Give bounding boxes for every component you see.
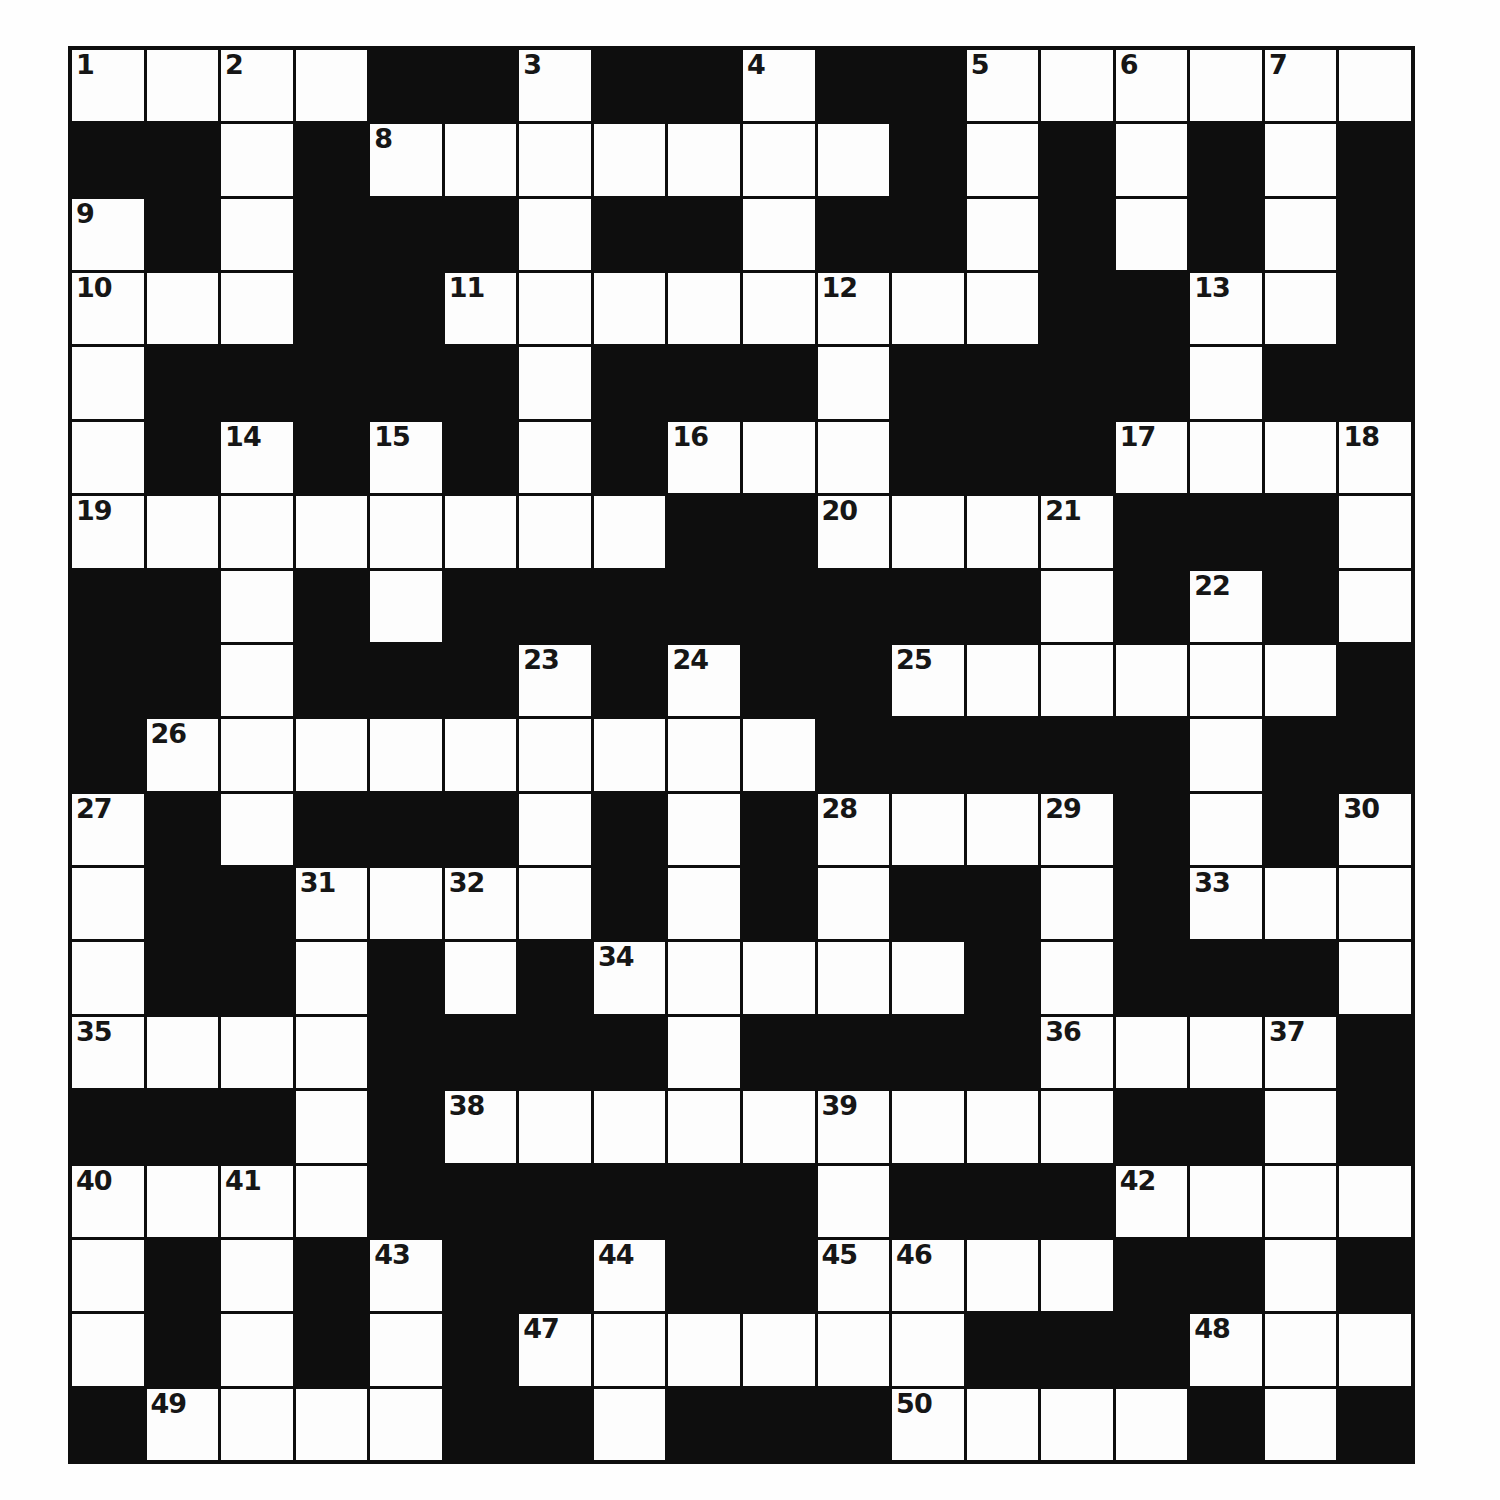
cell-r7c12[interactable] <box>892 496 964 567</box>
cell-r13c18[interactable] <box>1339 942 1411 1013</box>
cell-r6c16[interactable] <box>1190 422 1262 493</box>
cell-r19c7 <box>519 1389 591 1460</box>
cell-r12c9[interactable] <box>668 868 740 939</box>
cell-r19c4[interactable] <box>296 1389 368 1460</box>
cell-r19c10 <box>743 1389 815 1460</box>
cell-r13c14[interactable] <box>1041 942 1113 1013</box>
cell-r15c1 <box>72 1091 144 1162</box>
cell-r9c9[interactable]: 24 <box>668 645 740 716</box>
cell-r15c13[interactable] <box>967 1091 1039 1162</box>
cell-r6c15[interactable]: 17 <box>1116 422 1188 493</box>
cell-r5c8 <box>594 347 666 418</box>
clue-number-6: 6 <box>1120 51 1138 79</box>
clue-number-35: 35 <box>76 1018 112 1046</box>
cell-r1c17[interactable]: 7 <box>1265 50 1337 121</box>
cell-r2c11[interactable] <box>818 124 890 195</box>
cell-r17c11[interactable]: 45 <box>818 1240 890 1311</box>
cell-r18c17[interactable] <box>1265 1314 1337 1385</box>
cell-r11c11[interactable]: 28 <box>818 794 890 865</box>
cell-r1c1[interactable]: 1 <box>72 50 144 121</box>
cell-r5c15 <box>1116 347 1188 418</box>
cell-r5c7[interactable] <box>519 347 591 418</box>
cell-r9c17[interactable] <box>1265 645 1337 716</box>
clue-number-17: 17 <box>1120 423 1156 451</box>
cell-r13c4[interactable] <box>296 942 368 1013</box>
cell-r3c6 <box>445 199 517 270</box>
cell-r10c8[interactable] <box>594 719 666 790</box>
cell-r17c2 <box>147 1240 219 1311</box>
cell-r6c2 <box>147 422 219 493</box>
cell-r5c16[interactable] <box>1190 347 1262 418</box>
cell-r3c1[interactable]: 9 <box>72 199 144 270</box>
cell-r17c13[interactable] <box>967 1240 1039 1311</box>
cell-r16c3[interactable]: 41 <box>221 1166 293 1237</box>
cell-r18c4 <box>296 1314 368 1385</box>
clue-number-5: 5 <box>971 51 989 79</box>
cell-r17c8[interactable]: 44 <box>594 1240 666 1311</box>
cell-r6c12 <box>892 422 964 493</box>
cell-r15c15 <box>1116 1091 1188 1162</box>
cell-r11c13[interactable] <box>967 794 1039 865</box>
cell-r4c6[interactable]: 11 <box>445 273 517 344</box>
cell-r18c3[interactable] <box>221 1314 293 1385</box>
cell-r11c12[interactable] <box>892 794 964 865</box>
cell-r3c9 <box>668 199 740 270</box>
clue-number-10: 10 <box>76 274 112 302</box>
cell-r10c17 <box>1265 719 1337 790</box>
cell-r3c3[interactable] <box>221 199 293 270</box>
cell-r12c1[interactable] <box>72 868 144 939</box>
cell-r4c9[interactable] <box>668 273 740 344</box>
cell-r17c14[interactable] <box>1041 1240 1113 1311</box>
cell-r1c14[interactable] <box>1041 50 1113 121</box>
clue-number-29: 29 <box>1045 795 1081 823</box>
clue-number-7: 7 <box>1269 51 1287 79</box>
cell-r6c11[interactable] <box>818 422 890 493</box>
cell-r11c16[interactable] <box>1190 794 1262 865</box>
cell-r14c4[interactable] <box>296 1017 368 1088</box>
cell-r16c18[interactable] <box>1339 1166 1411 1237</box>
clue-number-37: 37 <box>1269 1018 1305 1046</box>
cell-r8c11 <box>818 571 890 642</box>
cell-r3c10[interactable] <box>743 199 815 270</box>
cell-r19c17[interactable] <box>1265 1389 1337 1460</box>
cell-r13c11[interactable] <box>818 942 890 1013</box>
cell-r12c14[interactable] <box>1041 868 1113 939</box>
cell-r18c11[interactable] <box>818 1314 890 1385</box>
cell-r10c10[interactable] <box>743 719 815 790</box>
cell-r18c16[interactable]: 48 <box>1190 1314 1262 1385</box>
clue-number-30: 30 <box>1343 795 1379 823</box>
cell-r14c5 <box>370 1017 442 1088</box>
cell-r16c5 <box>370 1166 442 1237</box>
cell-r13c12[interactable] <box>892 942 964 1013</box>
cell-r7c14[interactable]: 21 <box>1041 496 1113 567</box>
cell-r8c9 <box>668 571 740 642</box>
cell-r6c14 <box>1041 422 1113 493</box>
cell-r5c12 <box>892 347 964 418</box>
cell-r11c2 <box>147 794 219 865</box>
cell-r1c10[interactable]: 4 <box>743 50 815 121</box>
clue-number-1: 1 <box>76 51 94 79</box>
cell-r7c2[interactable] <box>147 496 219 567</box>
cell-r4c16[interactable]: 13 <box>1190 273 1262 344</box>
cell-r1c3[interactable]: 2 <box>221 50 293 121</box>
cell-r10c9[interactable] <box>668 719 740 790</box>
clue-number-19: 19 <box>76 497 112 525</box>
cell-r1c13[interactable]: 5 <box>967 50 1039 121</box>
cell-r16c17[interactable] <box>1265 1166 1337 1237</box>
cell-r14c7 <box>519 1017 591 1088</box>
cell-r2c1 <box>72 124 144 195</box>
cell-r4c11[interactable]: 12 <box>818 273 890 344</box>
cell-r18c10[interactable] <box>743 1314 815 1385</box>
cell-r14c11 <box>818 1017 890 1088</box>
cell-r13c8[interactable]: 34 <box>594 942 666 1013</box>
cell-r12c8 <box>594 868 666 939</box>
cell-r19c9 <box>668 1389 740 1460</box>
cell-r19c8[interactable] <box>594 1389 666 1460</box>
cell-r18c7[interactable]: 47 <box>519 1314 591 1385</box>
cell-r1c11 <box>818 50 890 121</box>
cell-r14c12 <box>892 1017 964 1088</box>
cell-r11c4 <box>296 794 368 865</box>
cell-r8c14[interactable] <box>1041 571 1113 642</box>
cell-r6c1[interactable] <box>72 422 144 493</box>
cell-r9c12[interactable]: 25 <box>892 645 964 716</box>
cell-r4c4 <box>296 273 368 344</box>
cell-r5c9 <box>668 347 740 418</box>
cell-r6c10[interactable] <box>743 422 815 493</box>
cell-r15c18 <box>1339 1091 1411 1162</box>
cell-r7c8[interactable] <box>594 496 666 567</box>
cell-r14c1[interactable]: 35 <box>72 1017 144 1088</box>
cell-r7c5[interactable] <box>370 496 442 567</box>
cell-r1c15[interactable]: 6 <box>1116 50 1188 121</box>
cell-r18c5[interactable] <box>370 1314 442 1385</box>
cell-r14c13 <box>967 1017 1039 1088</box>
clue-number-16: 16 <box>672 423 708 451</box>
cell-r15c8[interactable] <box>594 1091 666 1162</box>
cell-r19c14[interactable] <box>1041 1389 1113 1460</box>
cell-r10c11 <box>818 719 890 790</box>
cell-r15c3 <box>221 1091 293 1162</box>
cell-r19c15[interactable] <box>1116 1389 1188 1460</box>
cell-r18c12[interactable] <box>892 1314 964 1385</box>
cell-r12c5[interactable] <box>370 868 442 939</box>
cell-r6c3[interactable]: 14 <box>221 422 293 493</box>
cell-r14c3[interactable] <box>221 1017 293 1088</box>
cell-r3c12 <box>892 199 964 270</box>
cell-r10c15 <box>1116 719 1188 790</box>
cell-r9c2 <box>147 645 219 716</box>
cell-r9c16[interactable] <box>1190 645 1262 716</box>
cell-r12c13 <box>967 868 1039 939</box>
cell-r16c12 <box>892 1166 964 1237</box>
cell-r14c17[interactable]: 37 <box>1265 1017 1337 1088</box>
cell-r16c4[interactable] <box>296 1166 368 1237</box>
cell-r9c3[interactable] <box>221 645 293 716</box>
cell-r2c3[interactable] <box>221 124 293 195</box>
clue-number-48: 48 <box>1194 1315 1230 1343</box>
cell-r14c10 <box>743 1017 815 1088</box>
cell-r3c15[interactable] <box>1116 199 1188 270</box>
cell-r4c14 <box>1041 273 1113 344</box>
cell-r2c4 <box>296 124 368 195</box>
cell-r7c1[interactable]: 19 <box>72 496 144 567</box>
cell-r19c12[interactable]: 50 <box>892 1389 964 1460</box>
cell-r15c12[interactable] <box>892 1091 964 1162</box>
cell-r5c1[interactable] <box>72 347 144 418</box>
cell-r19c3[interactable] <box>221 1389 293 1460</box>
cell-r18c9[interactable] <box>668 1314 740 1385</box>
cell-r16c15[interactable]: 42 <box>1116 1166 1188 1237</box>
clue-number-14: 14 <box>225 423 261 451</box>
cell-r2c16 <box>1190 124 1262 195</box>
cell-r6c5[interactable]: 15 <box>370 422 442 493</box>
cell-r7c4[interactable] <box>296 496 368 567</box>
cell-r15c9[interactable] <box>668 1091 740 1162</box>
cell-r1c5 <box>370 50 442 121</box>
cell-r7c7[interactable] <box>519 496 591 567</box>
cell-r14c9[interactable] <box>668 1017 740 1088</box>
cell-r16c10 <box>743 1166 815 1237</box>
cell-r17c12[interactable]: 46 <box>892 1240 964 1311</box>
cell-r17c10 <box>743 1240 815 1311</box>
cell-r13c2 <box>147 942 219 1013</box>
cell-r10c3[interactable] <box>221 719 293 790</box>
cell-r9c15[interactable] <box>1116 645 1188 716</box>
cell-r10c5[interactable] <box>370 719 442 790</box>
cell-r5c14 <box>1041 347 1113 418</box>
cell-r14c16[interactable] <box>1190 1017 1262 1088</box>
cell-r15c2 <box>147 1091 219 1162</box>
cell-r7c16 <box>1190 496 1262 567</box>
cell-r10c2[interactable]: 26 <box>147 719 219 790</box>
cell-r2c13[interactable] <box>967 124 1039 195</box>
cell-r16c1[interactable]: 40 <box>72 1166 144 1237</box>
cell-r5c2 <box>147 347 219 418</box>
cell-r4c1[interactable]: 10 <box>72 273 144 344</box>
cell-r3c4 <box>296 199 368 270</box>
cell-r3c17[interactable] <box>1265 199 1337 270</box>
cell-r1c4[interactable] <box>296 50 368 121</box>
cell-r2c8[interactable] <box>594 124 666 195</box>
cell-r19c11 <box>818 1389 890 1460</box>
cell-r13c10[interactable] <box>743 942 815 1013</box>
cell-r2c18 <box>1339 124 1411 195</box>
cell-r17c17[interactable] <box>1265 1240 1337 1311</box>
cell-r3c8 <box>594 199 666 270</box>
cell-r7c6[interactable] <box>445 496 517 567</box>
cell-r10c7[interactable] <box>519 719 591 790</box>
cell-r18c1[interactable] <box>72 1314 144 1385</box>
cell-r8c5[interactable] <box>370 571 442 642</box>
cell-r3c11 <box>818 199 890 270</box>
cell-r4c18 <box>1339 273 1411 344</box>
cell-r12c16[interactable]: 33 <box>1190 868 1262 939</box>
cell-r8c16[interactable]: 22 <box>1190 571 1262 642</box>
cell-r15c4[interactable] <box>296 1091 368 1162</box>
cell-r11c18[interactable]: 30 <box>1339 794 1411 865</box>
cell-r17c5[interactable]: 43 <box>370 1240 442 1311</box>
cell-r11c9[interactable] <box>668 794 740 865</box>
cell-r2c10[interactable] <box>743 124 815 195</box>
cell-r3c7[interactable] <box>519 199 591 270</box>
cell-r7c18[interactable] <box>1339 496 1411 567</box>
cell-r11c14[interactable]: 29 <box>1041 794 1113 865</box>
cell-r5c3 <box>221 347 293 418</box>
cell-r15c6[interactable]: 38 <box>445 1091 517 1162</box>
cell-r19c5[interactable] <box>370 1389 442 1460</box>
clue-number-15: 15 <box>374 423 410 451</box>
cell-r9c13[interactable] <box>967 645 1039 716</box>
cell-r12c7[interactable] <box>519 868 591 939</box>
cell-r7c11[interactable]: 20 <box>818 496 890 567</box>
cell-r15c17[interactable] <box>1265 1091 1337 1162</box>
cell-r12c11[interactable] <box>818 868 890 939</box>
clue-number-43: 43 <box>374 1241 410 1269</box>
cell-r6c13 <box>967 422 1039 493</box>
clue-number-9: 9 <box>76 200 94 228</box>
cell-r11c8 <box>594 794 666 865</box>
cell-r3c2 <box>147 199 219 270</box>
cell-r6c18[interactable]: 18 <box>1339 422 1411 493</box>
cell-r2c7[interactable] <box>519 124 591 195</box>
cell-r4c13[interactable] <box>967 273 1039 344</box>
cell-r10c4[interactable] <box>296 719 368 790</box>
cell-r12c3 <box>221 868 293 939</box>
cell-r1c16[interactable] <box>1190 50 1262 121</box>
cell-r12c10 <box>743 868 815 939</box>
cell-r16c6 <box>445 1166 517 1237</box>
cell-r13c6[interactable] <box>445 942 517 1013</box>
cell-r10c16[interactable] <box>1190 719 1262 790</box>
cell-r6c9[interactable]: 16 <box>668 422 740 493</box>
cell-r12c4[interactable]: 31 <box>296 868 368 939</box>
cell-r4c12[interactable] <box>892 273 964 344</box>
cell-r12c17[interactable] <box>1265 868 1337 939</box>
cell-r4c17[interactable] <box>1265 273 1337 344</box>
cell-r15c14[interactable] <box>1041 1091 1113 1162</box>
cell-r15c10[interactable] <box>743 1091 815 1162</box>
clue-number-11: 11 <box>449 274 485 302</box>
cell-r15c11[interactable]: 39 <box>818 1091 890 1162</box>
clue-number-38: 38 <box>449 1092 485 1120</box>
cell-r5c11[interactable] <box>818 347 890 418</box>
cell-r18c18[interactable] <box>1339 1314 1411 1385</box>
cell-r2c5[interactable]: 8 <box>370 124 442 195</box>
cell-r3c13[interactable] <box>967 199 1039 270</box>
cell-r6c4 <box>296 422 368 493</box>
cell-r8c18[interactable] <box>1339 571 1411 642</box>
clue-number-34: 34 <box>598 943 634 971</box>
cell-r7c3[interactable] <box>221 496 293 567</box>
cell-r14c14[interactable]: 36 <box>1041 1017 1113 1088</box>
cell-r4c8[interactable] <box>594 273 666 344</box>
cell-r1c2[interactable] <box>147 50 219 121</box>
cell-r5c17 <box>1265 347 1337 418</box>
cell-r1c7[interactable]: 3 <box>519 50 591 121</box>
cell-r16c7 <box>519 1166 591 1237</box>
cell-r9c4 <box>296 645 368 716</box>
crossword-grid: 1234567891011121314151617181920212223242… <box>68 46 1415 1464</box>
clue-number-36: 36 <box>1045 1018 1081 1046</box>
cell-r11c7[interactable] <box>519 794 591 865</box>
clue-number-28: 28 <box>822 795 858 823</box>
cell-r17c4 <box>296 1240 368 1311</box>
cell-r17c7 <box>519 1240 591 1311</box>
cell-r18c8[interactable] <box>594 1314 666 1385</box>
cell-r8c17 <box>1265 571 1337 642</box>
cell-r5c13 <box>967 347 1039 418</box>
cell-r16c8 <box>594 1166 666 1237</box>
cell-r18c13 <box>967 1314 1039 1385</box>
cell-r13c17 <box>1265 942 1337 1013</box>
cell-r12c12 <box>892 868 964 939</box>
cell-r11c15 <box>1116 794 1188 865</box>
cell-r13c9[interactable] <box>668 942 740 1013</box>
cell-r10c6[interactable] <box>445 719 517 790</box>
cell-r17c1[interactable] <box>72 1240 144 1311</box>
cell-r16c11[interactable] <box>818 1166 890 1237</box>
cell-r7c13[interactable] <box>967 496 1039 567</box>
clue-number-44: 44 <box>598 1241 634 1269</box>
cell-r4c3[interactable] <box>221 273 293 344</box>
cell-r6c17[interactable] <box>1265 422 1337 493</box>
cell-r9c18 <box>1339 645 1411 716</box>
cell-r11c1[interactable]: 27 <box>72 794 144 865</box>
cell-r14c2[interactable] <box>147 1017 219 1088</box>
clue-number-8: 8 <box>374 125 392 153</box>
cell-r1c18[interactable] <box>1339 50 1411 121</box>
cell-r9c11 <box>818 645 890 716</box>
cell-r11c3[interactable] <box>221 794 293 865</box>
cell-r19c13[interactable] <box>967 1389 1039 1460</box>
cell-r15c7[interactable] <box>519 1091 591 1162</box>
cell-r16c16[interactable] <box>1190 1166 1262 1237</box>
cell-r6c7[interactable] <box>519 422 591 493</box>
cell-r4c2[interactable] <box>147 273 219 344</box>
cell-r4c10[interactable] <box>743 273 815 344</box>
cell-r2c9[interactable] <box>668 124 740 195</box>
cell-r12c18[interactable] <box>1339 868 1411 939</box>
cell-r10c18 <box>1339 719 1411 790</box>
cell-r5c10 <box>743 347 815 418</box>
cell-r14c15[interactable] <box>1116 1017 1188 1088</box>
cell-r4c7[interactable] <box>519 273 591 344</box>
cell-r9c14[interactable] <box>1041 645 1113 716</box>
cell-r13c1[interactable] <box>72 942 144 1013</box>
cell-r16c2[interactable] <box>147 1166 219 1237</box>
cell-r17c18 <box>1339 1240 1411 1311</box>
cell-r9c7[interactable]: 23 <box>519 645 591 716</box>
cell-r2c6[interactable] <box>445 124 517 195</box>
clue-number-50: 50 <box>896 1390 932 1418</box>
clue-number-21: 21 <box>1045 497 1081 525</box>
cell-r19c2[interactable]: 49 <box>147 1389 219 1460</box>
cell-r2c15[interactable] <box>1116 124 1188 195</box>
clue-number-32: 32 <box>449 869 485 897</box>
clue-number-20: 20 <box>822 497 858 525</box>
cell-r2c17[interactable] <box>1265 124 1337 195</box>
cell-r5c4 <box>296 347 368 418</box>
cell-r17c3[interactable] <box>221 1240 293 1311</box>
cell-r12c6[interactable]: 32 <box>445 868 517 939</box>
cell-r8c3[interactable] <box>221 571 293 642</box>
cell-r13c3 <box>221 942 293 1013</box>
cell-r11c17 <box>1265 794 1337 865</box>
